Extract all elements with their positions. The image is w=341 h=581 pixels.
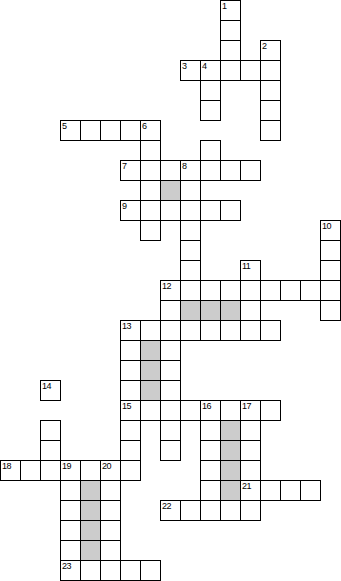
cell-r17c8[interactable] <box>160 340 181 361</box>
cell-r28c7[interactable] <box>140 560 161 581</box>
cell-r3c11[interactable] <box>220 60 241 81</box>
clue-number-20: 20 <box>102 462 111 471</box>
cell-r14c13[interactable] <box>260 280 281 301</box>
cell-r8c12[interactable] <box>240 160 261 181</box>
cell-r12c9[interactable] <box>180 240 201 261</box>
clue-number-1: 1 <box>222 2 227 11</box>
cell-r10c10[interactable] <box>200 200 221 221</box>
cell-r20c8[interactable] <box>160 400 181 421</box>
cell-r22c8[interactable] <box>160 440 181 461</box>
cell-r21c6[interactable] <box>120 420 141 441</box>
cell-r6c3[interactable]: 5 <box>60 120 81 141</box>
cell-r3c13[interactable] <box>260 60 281 81</box>
cell-r25c12[interactable] <box>240 500 261 521</box>
cell-r24c3[interactable] <box>60 480 81 501</box>
cell-r3c10[interactable]: 4 <box>200 60 221 81</box>
cell-r25c11[interactable] <box>220 500 241 521</box>
cell-r4c13[interactable] <box>260 80 281 101</box>
cell-r10c8[interactable] <box>160 200 181 221</box>
cell-r10c7[interactable] <box>140 200 161 221</box>
cell-r7c7[interactable] <box>140 140 161 161</box>
cell-r28c5[interactable] <box>100 560 121 581</box>
shaded-cell-r17c7[interactable] <box>140 340 161 361</box>
clue-number-14: 14 <box>42 382 51 391</box>
cell-r15c8[interactable] <box>160 300 181 321</box>
cell-r25c8[interactable]: 22 <box>160 500 181 521</box>
clue-number-3: 3 <box>182 62 187 71</box>
cell-r21c2[interactable] <box>40 420 61 441</box>
cell-r25c5[interactable] <box>100 500 121 521</box>
cell-r2c13[interactable]: 2 <box>260 40 281 61</box>
cell-r20c10[interactable]: 16 <box>200 400 221 421</box>
clue-number-4: 4 <box>202 62 207 71</box>
cell-r16c13[interactable] <box>260 320 281 341</box>
cell-r23c0[interactable]: 18 <box>0 460 21 481</box>
cell-r14c8[interactable]: 12 <box>160 280 181 301</box>
clue-number-22: 22 <box>162 502 171 511</box>
clue-number-15: 15 <box>122 402 131 411</box>
shaded-cell-r15c11[interactable] <box>220 300 241 321</box>
cell-r20c7[interactable] <box>140 400 161 421</box>
shaded-cell-r18c7[interactable] <box>140 360 161 381</box>
cell-r9c9[interactable] <box>180 180 201 201</box>
clue-number-16: 16 <box>202 402 211 411</box>
clue-number-7: 7 <box>122 162 127 171</box>
shaded-cell-r24c4[interactable] <box>80 480 101 501</box>
cell-r21c10[interactable] <box>200 420 221 441</box>
cell-r18c6[interactable] <box>120 360 141 381</box>
cell-r24c15[interactable] <box>300 480 321 501</box>
shaded-cell-r15c10[interactable] <box>200 300 221 321</box>
shaded-cell-r27c4[interactable] <box>80 540 101 561</box>
clue-number-19: 19 <box>62 462 71 471</box>
clue-number-9: 9 <box>122 202 127 211</box>
cell-r27c3[interactable] <box>60 540 81 561</box>
clue-number-5: 5 <box>62 122 67 131</box>
clue-number-6: 6 <box>142 122 147 131</box>
cell-r23c10[interactable] <box>200 460 221 481</box>
cell-r18c8[interactable] <box>160 360 181 381</box>
cell-r22c6[interactable] <box>120 440 141 461</box>
crossword-board: 1234567891011121314151617181920212223 <box>0 0 341 581</box>
cell-r19c2[interactable]: 14 <box>40 380 61 401</box>
cell-r16c6[interactable]: 13 <box>120 320 141 341</box>
cell-r16c8[interactable] <box>160 320 181 341</box>
shaded-cell-r26c4[interactable] <box>80 520 101 541</box>
cell-r28c4[interactable] <box>80 560 101 581</box>
cell-r8c7[interactable] <box>140 160 161 181</box>
clue-number-2: 2 <box>262 42 267 51</box>
cell-r28c6[interactable] <box>120 560 141 581</box>
cell-r14c11[interactable] <box>220 280 241 301</box>
cell-r26c5[interactable] <box>100 520 121 541</box>
cell-r10c11[interactable] <box>220 200 241 221</box>
cell-r28c3[interactable]: 23 <box>60 560 81 581</box>
cell-r23c12[interactable] <box>240 460 261 481</box>
cell-r22c10[interactable] <box>200 440 221 461</box>
cell-r25c3[interactable] <box>60 500 81 521</box>
clue-number-17: 17 <box>242 402 251 411</box>
cell-r22c2[interactable] <box>40 440 61 461</box>
cell-r20c9[interactable] <box>180 400 201 421</box>
clue-number-21: 21 <box>242 482 251 491</box>
cell-r3c9[interactable]: 3 <box>180 60 201 81</box>
cell-r5c13[interactable] <box>260 100 281 121</box>
cell-r19c8[interactable] <box>160 380 181 401</box>
cell-r12c16[interactable] <box>320 240 341 261</box>
cell-r6c7[interactable]: 6 <box>140 120 161 141</box>
cell-r20c13[interactable] <box>260 400 281 421</box>
cell-r16c12[interactable] <box>240 320 261 341</box>
cell-r7c10[interactable] <box>200 140 221 161</box>
clue-number-23: 23 <box>62 562 71 571</box>
cell-r8c10[interactable] <box>200 160 221 181</box>
cell-r16c7[interactable] <box>140 320 161 341</box>
shaded-cell-r24c11[interactable] <box>220 480 241 501</box>
shaded-cell-r19c7[interactable] <box>140 380 161 401</box>
cell-r6c6[interactable] <box>120 120 141 141</box>
cell-r23c6[interactable] <box>120 460 141 481</box>
cell-r23c2[interactable] <box>40 460 61 481</box>
cell-r23c5[interactable]: 20 <box>100 460 121 481</box>
cell-r3c12[interactable] <box>240 60 261 81</box>
cell-r16c10[interactable] <box>200 320 221 341</box>
shaded-cell-r21c11[interactable] <box>220 420 241 441</box>
cell-r0c11[interactable]: 1 <box>220 0 241 21</box>
cell-r25c10[interactable] <box>200 500 221 521</box>
shaded-cell-r25c4[interactable] <box>80 500 101 521</box>
shaded-cell-r23c11[interactable] <box>220 460 241 481</box>
shaded-cell-r9c8[interactable] <box>160 180 181 201</box>
clue-number-13: 13 <box>122 322 131 331</box>
cell-r24c14[interactable] <box>280 480 301 501</box>
cell-r14c15[interactable] <box>300 280 321 301</box>
cell-r11c16[interactable]: 10 <box>320 220 341 241</box>
cell-r14c14[interactable] <box>280 280 301 301</box>
cell-r15c12[interactable] <box>240 300 261 321</box>
cell-r8c8[interactable] <box>160 160 181 181</box>
cell-r14c10[interactable] <box>200 280 221 301</box>
cell-r6c5[interactable] <box>100 120 121 141</box>
cell-r23c1[interactable] <box>20 460 41 481</box>
clue-number-18: 18 <box>2 462 11 471</box>
cell-r20c12[interactable]: 17 <box>240 400 261 421</box>
cell-r24c13[interactable] <box>260 480 281 501</box>
cell-r25c9[interactable] <box>180 500 201 521</box>
cell-r16c11[interactable] <box>220 320 241 341</box>
cell-r8c6[interactable]: 7 <box>120 160 141 181</box>
cell-r6c13[interactable] <box>260 120 281 141</box>
cell-r23c3[interactable]: 19 <box>60 460 81 481</box>
cell-r14c12[interactable] <box>240 280 261 301</box>
cell-r5c10[interactable] <box>200 100 221 121</box>
cell-r24c5[interactable] <box>100 480 121 501</box>
cell-r22c12[interactable] <box>240 440 261 461</box>
cell-r13c9[interactable] <box>180 260 201 281</box>
cell-r23c4[interactable] <box>80 460 101 481</box>
shaded-cell-r22c11[interactable] <box>220 440 241 461</box>
cell-r4c10[interactable] <box>200 80 221 101</box>
cell-r21c8[interactable] <box>160 420 181 441</box>
cell-r24c12[interactable]: 21 <box>240 480 261 501</box>
cell-r11c7[interactable] <box>140 220 161 241</box>
cell-r15c16[interactable] <box>320 300 341 321</box>
cell-r13c16[interactable] <box>320 260 341 281</box>
cell-r27c5[interactable] <box>100 540 121 561</box>
cell-r20c11[interactable] <box>220 400 241 421</box>
cell-r16c9[interactable] <box>180 320 201 341</box>
cell-r10c9[interactable] <box>180 200 201 221</box>
clue-number-10: 10 <box>322 222 331 231</box>
clue-number-8: 8 <box>182 162 187 171</box>
cell-r2c11[interactable] <box>220 40 241 61</box>
cell-r8c11[interactable] <box>220 160 241 181</box>
cell-r13c12[interactable]: 11 <box>240 260 261 281</box>
cell-r24c10[interactable] <box>200 480 221 501</box>
clue-number-11: 11 <box>242 262 250 271</box>
cell-r11c9[interactable] <box>180 220 201 241</box>
cell-r10c6[interactable]: 9 <box>120 200 141 221</box>
cell-r19c6[interactable] <box>120 380 141 401</box>
cell-r1c11[interactable] <box>220 20 241 41</box>
cell-r21c12[interactable] <box>240 420 261 441</box>
cell-r9c7[interactable] <box>140 180 161 201</box>
shaded-cell-r15c9[interactable] <box>180 300 201 321</box>
cell-r17c6[interactable] <box>120 340 141 361</box>
cell-r14c9[interactable] <box>180 280 201 301</box>
cell-r14c16[interactable] <box>320 280 341 301</box>
cell-r20c6[interactable]: 15 <box>120 400 141 421</box>
cell-r8c9[interactable]: 8 <box>180 160 201 181</box>
clue-number-12: 12 <box>162 282 171 291</box>
cell-r6c4[interactable] <box>80 120 101 141</box>
cell-r26c3[interactable] <box>60 520 81 541</box>
